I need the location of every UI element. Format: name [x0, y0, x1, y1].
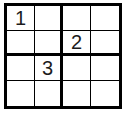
cell-r1c1[interactable]: 1 — [7, 6, 35, 31]
cell-r4c2[interactable] — [35, 81, 63, 106]
cell-r2c3[interactable]: 2 — [63, 31, 91, 56]
sudoku-board-container: 1 2 3 — [4, 3, 122, 109]
cell-r2c1[interactable] — [7, 31, 35, 56]
cell-r1c2[interactable] — [35, 6, 63, 31]
cell-r1c3[interactable] — [63, 6, 91, 31]
cell-r3c2[interactable]: 3 — [35, 56, 63, 81]
cell-r4c1[interactable] — [7, 81, 35, 106]
cell-r4c4[interactable] — [91, 81, 119, 106]
cell-r3c3[interactable] — [63, 56, 91, 81]
cell-r2c2[interactable] — [35, 31, 63, 56]
cell-r4c3[interactable] — [63, 81, 91, 106]
cell-r2c4[interactable] — [91, 31, 119, 56]
cell-r3c1[interactable] — [7, 56, 35, 81]
cell-r1c4[interactable] — [91, 6, 119, 31]
sudoku-board: 1 2 3 — [4, 3, 122, 109]
cell-r3c4[interactable] — [91, 56, 119, 81]
